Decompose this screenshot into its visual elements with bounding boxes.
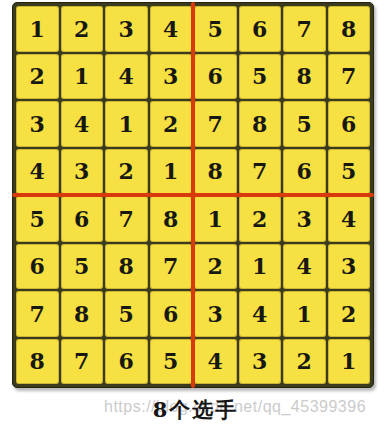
- board-cell-r6c1: 6: [16, 244, 59, 290]
- board-cell-r7c8: 2: [328, 291, 371, 337]
- board-cell-r2c3: 4: [105, 54, 148, 100]
- board-cell-r1c4: 4: [150, 6, 193, 52]
- board-cell-r3c1: 3: [16, 101, 59, 147]
- board-cell-r5c8: 4: [328, 196, 371, 242]
- schedule-board: 1234567821436587341278564321876556781234…: [12, 2, 374, 388]
- board-cell-r5c5: 1: [194, 196, 237, 242]
- board-cell-r1c5: 5: [194, 6, 237, 52]
- board-cell-r6c2: 5: [61, 244, 104, 290]
- board-cell-r7c5: 3: [194, 291, 237, 337]
- caption-row: https://blog.csdn.net/qq_45399396 8个选手: [0, 394, 391, 428]
- board-cell-r8c3: 6: [105, 339, 148, 385]
- board-cell-r4c1: 4: [16, 149, 59, 195]
- board-cell-r1c6: 6: [239, 6, 282, 52]
- board-cell-r3c8: 6: [328, 101, 371, 147]
- board-cell-r7c4: 6: [150, 291, 193, 337]
- board-cell-r6c4: 7: [150, 244, 193, 290]
- board-cell-r4c5: 8: [194, 149, 237, 195]
- board-cell-r8c6: 3: [239, 339, 282, 385]
- board-cell-r5c7: 3: [283, 196, 326, 242]
- board-cell-r7c1: 7: [16, 291, 59, 337]
- board-cell-r4c8: 5: [328, 149, 371, 195]
- caption: 8个选手: [0, 396, 391, 424]
- board-cell-r4c7: 6: [283, 149, 326, 195]
- board-cell-r8c8: 1: [328, 339, 371, 385]
- board-cell-r8c5: 4: [194, 339, 237, 385]
- quadrant-divider-horizontal: [12, 193, 374, 197]
- board-cell-r1c8: 8: [328, 6, 371, 52]
- board-cell-r6c7: 4: [283, 244, 326, 290]
- board-cell-r6c6: 1: [239, 244, 282, 290]
- board-cell-r2c6: 5: [239, 54, 282, 100]
- board-cell-r3c6: 8: [239, 101, 282, 147]
- board-cell-r1c1: 1: [16, 6, 59, 52]
- board-cell-r5c4: 8: [150, 196, 193, 242]
- board-cell-r5c1: 5: [16, 196, 59, 242]
- board-cell-r6c3: 8: [105, 244, 148, 290]
- board-cell-r5c2: 6: [61, 196, 104, 242]
- board-cell-r1c7: 7: [283, 6, 326, 52]
- board-cell-r1c2: 2: [61, 6, 104, 52]
- board-cell-r8c2: 7: [61, 339, 104, 385]
- board-cell-r2c8: 7: [328, 54, 371, 100]
- board-cell-r2c1: 2: [16, 54, 59, 100]
- board-cell-r3c2: 4: [61, 101, 104, 147]
- board-cell-r5c6: 2: [239, 196, 282, 242]
- board-cell-r1c3: 3: [105, 6, 148, 52]
- board-cell-r7c7: 1: [283, 291, 326, 337]
- board-cell-r3c4: 2: [150, 101, 193, 147]
- board-cell-r8c1: 8: [16, 339, 59, 385]
- board-cell-r7c2: 8: [61, 291, 104, 337]
- board-cell-r6c5: 2: [194, 244, 237, 290]
- board-cell-r2c4: 3: [150, 54, 193, 100]
- board-cell-r8c4: 5: [150, 339, 193, 385]
- board-cell-r4c2: 3: [61, 149, 104, 195]
- board-cell-r2c5: 6: [194, 54, 237, 100]
- board-cell-r5c3: 7: [105, 196, 148, 242]
- board-cell-r7c3: 5: [105, 291, 148, 337]
- board-cell-r3c3: 1: [105, 101, 148, 147]
- board-cell-r4c6: 7: [239, 149, 282, 195]
- board-cell-r3c7: 5: [283, 101, 326, 147]
- board-cell-r8c7: 2: [283, 339, 326, 385]
- board-cell-r6c8: 3: [328, 244, 371, 290]
- board-cell-r2c2: 1: [61, 54, 104, 100]
- board-cell-r4c4: 1: [150, 149, 193, 195]
- board-cell-r4c3: 2: [105, 149, 148, 195]
- board-cell-r3c5: 7: [194, 101, 237, 147]
- board-cell-r2c7: 8: [283, 54, 326, 100]
- board-cell-r7c6: 4: [239, 291, 282, 337]
